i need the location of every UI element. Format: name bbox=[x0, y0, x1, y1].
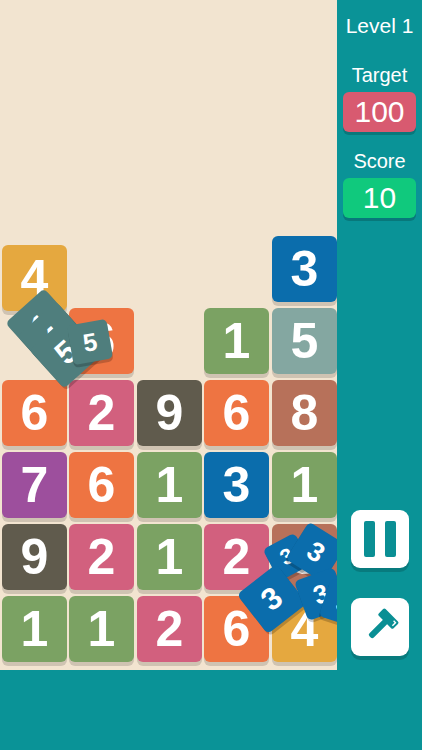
grid-tile-3[interactable]: 3 bbox=[272, 236, 337, 302]
target-value-box: 100 bbox=[343, 92, 416, 132]
target-label: Target bbox=[337, 64, 422, 87]
grid-tile-2[interactable]: 2 bbox=[69, 524, 134, 590]
score-value-box: 10 bbox=[343, 178, 416, 218]
grid-tile-2[interactable]: 2 bbox=[69, 380, 134, 446]
score-value: 10 bbox=[363, 181, 396, 214]
score-label: Score bbox=[337, 150, 422, 173]
level-label: Level 1 bbox=[337, 14, 422, 38]
grid-tile-3[interactable]: 3 bbox=[204, 452, 269, 518]
sidebar: Level 1 Target 100 Score 10 bbox=[337, 0, 422, 750]
target-value: 100 bbox=[354, 95, 404, 128]
grid-tile-1[interactable]: 1 bbox=[137, 452, 202, 518]
grid-tile-7[interactable]: 7 bbox=[2, 452, 67, 518]
grid-tile-9[interactable]: 9 bbox=[2, 524, 67, 590]
grid-tile-1[interactable]: 1 bbox=[2, 596, 67, 662]
board-background: 4361562968761319212811264 145533333 bbox=[0, 0, 337, 670]
grid-tile-1[interactable]: 1 bbox=[204, 308, 269, 374]
grid-tile-5[interactable]: 5 bbox=[272, 308, 337, 374]
grid-tile-1[interactable]: 1 bbox=[137, 524, 202, 590]
grid-tile-6[interactable]: 6 bbox=[2, 380, 67, 446]
game-screen: 4361562968761319212811264 145533333 Leve… bbox=[0, 0, 422, 750]
grid-tile-1[interactable]: 1 bbox=[69, 596, 134, 662]
pause-button[interactable] bbox=[351, 510, 409, 568]
hammer-icon bbox=[359, 606, 401, 648]
grid-tile-6[interactable]: 6 bbox=[69, 452, 134, 518]
pause-icon bbox=[364, 521, 396, 557]
grid-tile-6[interactable]: 6 bbox=[204, 380, 269, 446]
grid-tile-8[interactable]: 8 bbox=[272, 380, 337, 446]
grid-tile-9[interactable]: 9 bbox=[137, 380, 202, 446]
hammer-button[interactable] bbox=[351, 598, 409, 656]
grid-tile-2[interactable]: 2 bbox=[137, 596, 202, 662]
falling-tile-5: 5 bbox=[67, 319, 113, 365]
grid-tile-1[interactable]: 1 bbox=[272, 452, 337, 518]
